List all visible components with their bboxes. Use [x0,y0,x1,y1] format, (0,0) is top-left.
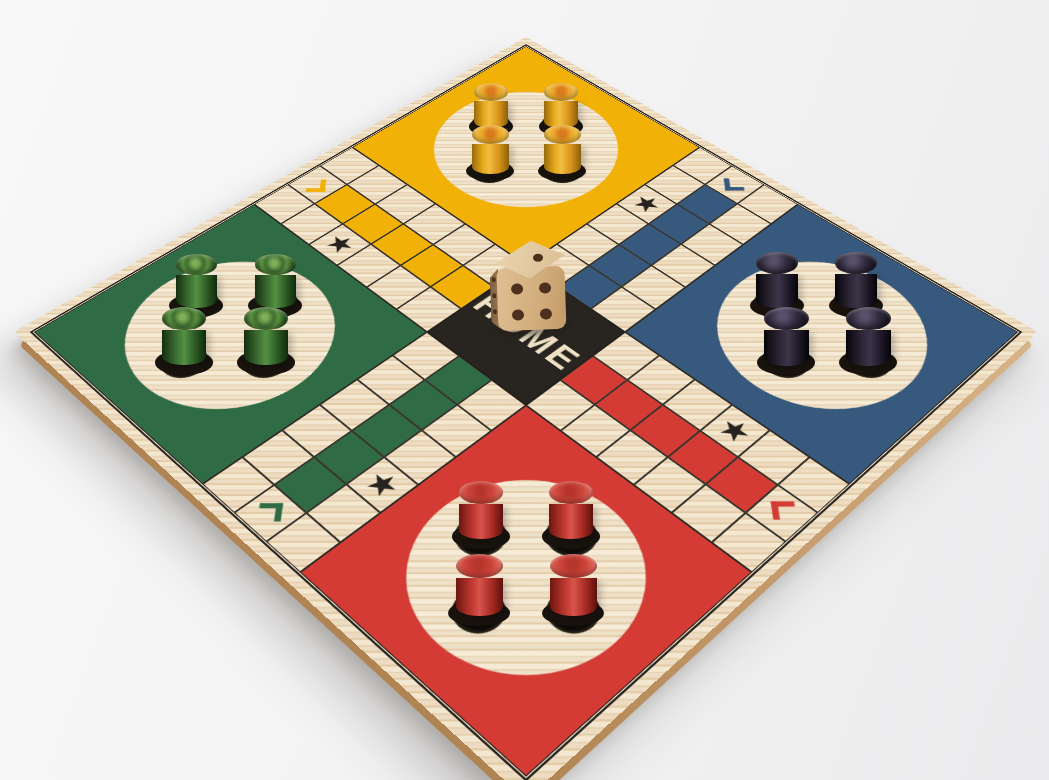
ludo-board: ★★★★HOME [14,37,1038,780]
red-entry-arrow-icon [771,502,797,520]
peg-hole [745,282,809,326]
peg-hole [440,579,516,642]
peg-hole [463,108,520,143]
die-pip [540,308,552,319]
peg-hole [533,108,590,143]
die[interactable] [488,237,571,336]
peg-hole [233,337,299,385]
die-pip [493,309,497,314]
peg-hole [835,337,901,385]
die-pip [511,283,523,294]
peg-hole [535,579,611,642]
die-pip [539,282,551,293]
peg-hole [164,282,228,326]
board-grid: ★★★★HOME [34,46,1018,777]
die-pip [512,309,524,320]
peg-hole [444,506,517,564]
blue-entry-arrow-icon [724,178,745,190]
die-pip [533,254,543,262]
peg-hole [461,151,519,188]
yellow-entry-arrow-icon [305,180,326,192]
die-pip [492,293,496,298]
peg-hole [535,506,608,564]
peg-hole [752,337,818,385]
green-entry-arrow-icon [257,504,283,522]
scene: ★★★★HOME [0,0,1049,780]
peg-hole [151,337,217,385]
peg-hole [244,282,308,326]
die-pip [492,277,496,282]
peg-hole [824,282,888,326]
peg-hole [533,151,591,188]
